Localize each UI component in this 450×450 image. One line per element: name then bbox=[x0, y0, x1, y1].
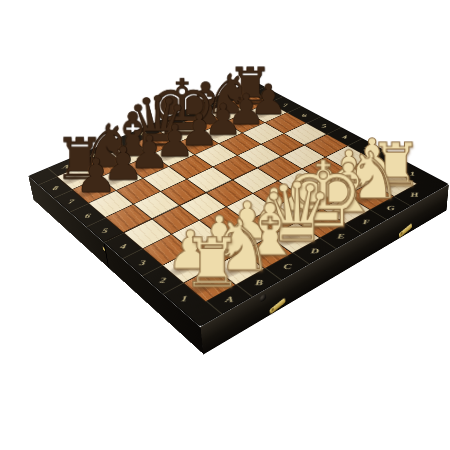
coordinate-text: C bbox=[283, 262, 292, 270]
board-frame: ♜♞♝♛♚♝♞♜♟♟♟♟♟♟♟♟♟♟♟♟♟♟♟♟♜♞♝♛♚♝♞♜ 88AA77B… bbox=[28, 81, 449, 327]
coordinate-text: 5 bbox=[101, 227, 109, 234]
coordinate-text: 7 bbox=[283, 102, 288, 107]
coordinate-text: 8 bbox=[52, 184, 60, 190]
coordinate-text: G bbox=[209, 101, 217, 106]
brass-clasp bbox=[269, 298, 286, 315]
square-a1[interactable]: ♜ bbox=[184, 267, 235, 301]
coordinate-text: E bbox=[163, 121, 171, 126]
coordinate-text: 6 bbox=[84, 212, 92, 219]
coordinate-text: H bbox=[231, 92, 239, 97]
fold-seam-edge bbox=[104, 242, 110, 268]
clasp-pin bbox=[400, 232, 402, 236]
coordinate-text: A bbox=[225, 294, 235, 303]
clasp-knob bbox=[260, 293, 267, 303]
chess-board: ♜♞♝♛♚♝♞♜♟♟♟♟♟♟♟♟♟♟♟♟♟♟♟♟♜♞♝♛♚♝♞♜ 88AA77B… bbox=[28, 81, 449, 327]
coordinate-text: 8 bbox=[265, 93, 270, 98]
clasp-pin bbox=[271, 307, 274, 311]
coordinate-text: D bbox=[311, 247, 320, 255]
coordinate-text: D bbox=[139, 131, 148, 136]
coordinate-text: 6 bbox=[302, 112, 307, 117]
coordinate-text: 4 bbox=[120, 242, 128, 250]
coordinate-text: 3 bbox=[139, 258, 147, 266]
coordinate-text: H bbox=[409, 191, 419, 198]
photo-stage: ♜♞♝♛♚♝♞♜♟♟♟♟♟♟♟♟♟♟♟♟♟♟♟♟♜♞♝♛♚♝♞♜ 88AA77B… bbox=[0, 0, 450, 450]
coordinate-text: E bbox=[337, 232, 345, 239]
brass-clasp bbox=[399, 223, 413, 238]
coordinate-text: F bbox=[187, 111, 194, 116]
coordinate-text: 5 bbox=[322, 123, 327, 128]
coordinate-text: G bbox=[386, 204, 395, 211]
coordinate-text: B bbox=[255, 278, 264, 287]
